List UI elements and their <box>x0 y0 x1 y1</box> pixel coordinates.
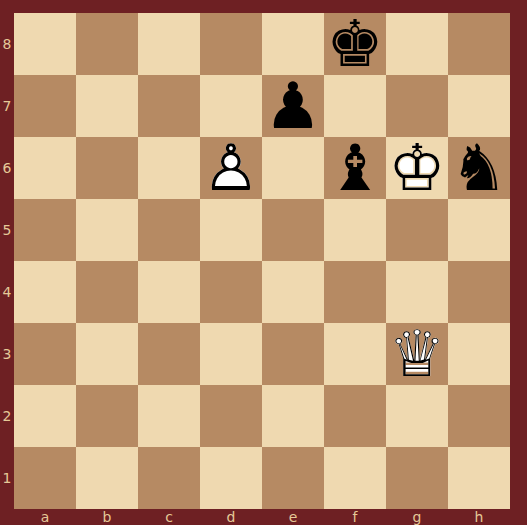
square-f2[interactable] <box>324 385 386 447</box>
square-b8[interactable] <box>76 13 138 75</box>
square-g1[interactable] <box>386 447 448 509</box>
square-d2[interactable] <box>200 385 262 447</box>
square-e8[interactable] <box>262 13 324 75</box>
rank-label-2: 2 <box>0 385 14 447</box>
square-h6[interactable]: ♞ <box>448 137 510 199</box>
square-a1[interactable] <box>14 447 76 509</box>
square-h1[interactable] <box>448 447 510 509</box>
square-d1[interactable] <box>200 447 262 509</box>
rank-label-1: 1 <box>0 447 14 509</box>
square-b2[interactable] <box>76 385 138 447</box>
piece-glyph-outline: ♕ <box>386 323 448 385</box>
rank-label-6: 6 <box>0 137 14 199</box>
piece-black-pawn[interactable]: ♟ <box>262 75 324 137</box>
file-label-d: d <box>200 509 262 525</box>
square-a6[interactable] <box>14 137 76 199</box>
square-d3[interactable] <box>200 323 262 385</box>
piece-glyph-fill: ♞ <box>448 137 510 199</box>
rank-label-4: 4 <box>0 261 14 323</box>
file-label-f: f <box>324 509 386 525</box>
piece-glyph-fill: ♚ <box>324 13 386 75</box>
square-g2[interactable] <box>386 385 448 447</box>
chess-board: ♚♟♟♙♝♚♔♞♛♕ <box>14 13 510 509</box>
square-h4[interactable] <box>448 261 510 323</box>
square-a5[interactable] <box>14 199 76 261</box>
square-g3[interactable]: ♛♕ <box>386 323 448 385</box>
piece-black-bishop[interactable]: ♝ <box>324 137 386 199</box>
square-e4[interactable] <box>262 261 324 323</box>
piece-glyph-fill: ♟ <box>262 75 324 137</box>
file-label-g: g <box>386 509 448 525</box>
square-c5[interactable] <box>138 199 200 261</box>
square-d6[interactable]: ♟♙ <box>200 137 262 199</box>
square-e1[interactable] <box>262 447 324 509</box>
square-g7[interactable] <box>386 75 448 137</box>
square-b7[interactable] <box>76 75 138 137</box>
square-b4[interactable] <box>76 261 138 323</box>
square-c3[interactable] <box>138 323 200 385</box>
square-f8[interactable]: ♚ <box>324 13 386 75</box>
square-h5[interactable] <box>448 199 510 261</box>
rank-label-8: 8 <box>0 13 14 75</box>
square-a3[interactable] <box>14 323 76 385</box>
square-g4[interactable] <box>386 261 448 323</box>
square-c4[interactable] <box>138 261 200 323</box>
piece-white-king[interactable]: ♚♔ <box>386 137 448 199</box>
piece-black-king[interactable]: ♚ <box>324 13 386 75</box>
square-e6[interactable] <box>262 137 324 199</box>
square-b6[interactable] <box>76 137 138 199</box>
square-g5[interactable] <box>386 199 448 261</box>
square-h7[interactable] <box>448 75 510 137</box>
square-f7[interactable] <box>324 75 386 137</box>
square-f4[interactable] <box>324 261 386 323</box>
piece-glyph-outline: ♔ <box>386 137 448 199</box>
square-h2[interactable] <box>448 385 510 447</box>
square-b5[interactable] <box>76 199 138 261</box>
square-h3[interactable] <box>448 323 510 385</box>
square-d4[interactable] <box>200 261 262 323</box>
square-e5[interactable] <box>262 199 324 261</box>
square-c8[interactable] <box>138 13 200 75</box>
square-e7[interactable]: ♟ <box>262 75 324 137</box>
board-frame: ♚♟♟♙♝♚♔♞♛♕ 87654321 abcdefgh <box>0 0 527 525</box>
file-label-a: a <box>14 509 76 525</box>
square-h8[interactable] <box>448 13 510 75</box>
piece-glyph-outline: ♙ <box>200 137 262 199</box>
square-f1[interactable] <box>324 447 386 509</box>
piece-white-pawn[interactable]: ♟♙ <box>200 137 262 199</box>
square-c6[interactable] <box>138 137 200 199</box>
square-d8[interactable] <box>200 13 262 75</box>
square-c7[interactable] <box>138 75 200 137</box>
piece-white-queen[interactable]: ♛♕ <box>386 323 448 385</box>
square-g6[interactable]: ♚♔ <box>386 137 448 199</box>
square-c1[interactable] <box>138 447 200 509</box>
square-f5[interactable] <box>324 199 386 261</box>
square-d7[interactable] <box>200 75 262 137</box>
rank-label-3: 3 <box>0 323 14 385</box>
square-e3[interactable] <box>262 323 324 385</box>
square-a2[interactable] <box>14 385 76 447</box>
square-e2[interactable] <box>262 385 324 447</box>
square-b1[interactable] <box>76 447 138 509</box>
square-b3[interactable] <box>76 323 138 385</box>
rank-label-7: 7 <box>0 75 14 137</box>
square-f6[interactable]: ♝ <box>324 137 386 199</box>
file-label-e: e <box>262 509 324 525</box>
file-label-c: c <box>138 509 200 525</box>
rank-label-5: 5 <box>0 199 14 261</box>
piece-glyph-fill: ♝ <box>324 137 386 199</box>
file-label-h: h <box>448 509 510 525</box>
square-c2[interactable] <box>138 385 200 447</box>
square-f3[interactable] <box>324 323 386 385</box>
square-a8[interactable] <box>14 13 76 75</box>
square-a7[interactable] <box>14 75 76 137</box>
file-label-b: b <box>76 509 138 525</box>
square-a4[interactable] <box>14 261 76 323</box>
square-g8[interactable] <box>386 13 448 75</box>
piece-black-knight[interactable]: ♞ <box>448 137 510 199</box>
square-d5[interactable] <box>200 199 262 261</box>
